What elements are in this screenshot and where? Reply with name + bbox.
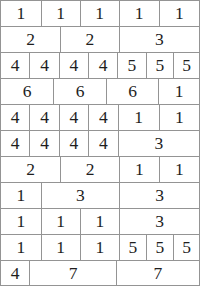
cell-r9c1[interactable]: 1: [0, 208, 41, 234]
row-10: 111555: [0, 234, 199, 260]
cell-r7c4[interactable]: 1: [159, 156, 199, 182]
cell-r1c2[interactable]: 1: [41, 0, 80, 26]
cell-r5c3[interactable]: 4: [59, 104, 88, 130]
cell-r5c2[interactable]: 4: [29, 104, 58, 130]
cell-r7c1[interactable]: 2: [0, 156, 60, 182]
board: 1111122344445556661444411444432211133111…: [0, 0, 200, 286]
row-6: 44443: [0, 130, 199, 156]
cell-r10c2[interactable]: 1: [41, 234, 80, 260]
cell-r8c1[interactable]: 1: [0, 182, 41, 208]
cell-r6c1[interactable]: 4: [0, 130, 29, 156]
cell-r5c6[interactable]: 1: [159, 104, 199, 130]
cell-r3c4[interactable]: 4: [88, 52, 117, 78]
row-11: 477: [0, 260, 199, 286]
cell-r6c3[interactable]: 4: [59, 130, 88, 156]
cell-r1c1[interactable]: 1: [0, 0, 41, 26]
cell-r3c3[interactable]: 4: [59, 52, 88, 78]
cell-r11c2[interactable]: 7: [29, 260, 116, 286]
cell-r4c1[interactable]: 6: [0, 78, 53, 104]
cell-r4c2[interactable]: 6: [53, 78, 106, 104]
cell-r5c1[interactable]: 4: [0, 104, 29, 130]
cell-r6c4[interactable]: 4: [88, 130, 118, 156]
cell-r9c4[interactable]: 3: [119, 208, 199, 234]
cell-r6c2[interactable]: 4: [29, 130, 58, 156]
row-1: 11111: [0, 0, 199, 26]
row-9: 1113: [0, 208, 199, 234]
cell-r1c4[interactable]: 1: [119, 0, 159, 26]
row-8: 133: [0, 182, 199, 208]
cell-r9c2[interactable]: 1: [41, 208, 80, 234]
cell-r5c4[interactable]: 4: [88, 104, 118, 130]
cell-r3c6[interactable]: 5: [146, 52, 174, 78]
cell-r10c5[interactable]: 5: [146, 234, 174, 260]
cell-r10c6[interactable]: 5: [173, 234, 199, 260]
cell-r5c5[interactable]: 1: [118, 104, 159, 130]
cell-r7c2[interactable]: 2: [60, 156, 119, 182]
row-3: 4444555: [0, 52, 199, 78]
cell-r10c4[interactable]: 5: [119, 234, 146, 260]
cell-r4c4[interactable]: 1: [158, 78, 199, 104]
row-5: 444411: [0, 104, 199, 130]
cell-r11c1[interactable]: 4: [0, 260, 29, 286]
cell-r8c3[interactable]: 3: [119, 182, 199, 208]
cell-r11c3[interactable]: 7: [116, 260, 199, 286]
cell-r3c5[interactable]: 5: [117, 52, 145, 78]
cell-r8c2[interactable]: 3: [41, 182, 120, 208]
cell-r2c2[interactable]: 2: [60, 26, 119, 52]
row-4: 6661: [0, 78, 199, 104]
cell-r3c2[interactable]: 4: [29, 52, 58, 78]
cell-r3c7[interactable]: 5: [173, 52, 199, 78]
cell-r2c1[interactable]: 2: [0, 26, 60, 52]
row-7: 2211: [0, 156, 199, 182]
cell-r1c3[interactable]: 1: [80, 0, 119, 26]
cell-r3c1[interactable]: 4: [0, 52, 29, 78]
row-2: 223: [0, 26, 199, 52]
cell-r10c3[interactable]: 1: [80, 234, 120, 260]
cell-r9c3[interactable]: 1: [80, 208, 120, 234]
cell-r2c3[interactable]: 3: [119, 26, 200, 52]
cell-r4c3[interactable]: 6: [106, 78, 158, 104]
cell-r7c3[interactable]: 1: [119, 156, 159, 182]
cell-r6c5[interactable]: 3: [118, 130, 199, 156]
cell-r10c1[interactable]: 1: [0, 234, 41, 260]
cell-r1c5[interactable]: 1: [159, 0, 200, 26]
